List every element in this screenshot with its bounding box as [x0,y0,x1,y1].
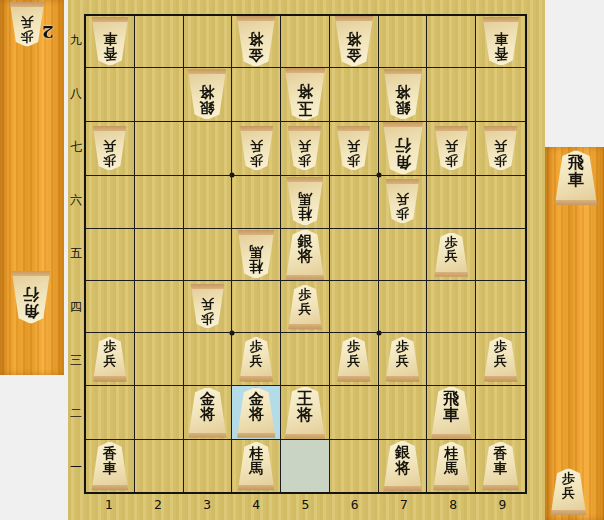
board-square-8三[interactable] [427,333,476,385]
piece-kanji: 歩 [250,154,263,168]
board-square-3三[interactable] [184,333,233,385]
piece-歩兵-gote[interactable]: 歩兵 [287,284,322,329]
piece-角行-sente[interactable]: 角行 [11,271,51,324]
piece-kanji: 香 [494,446,508,461]
piece-kanji: 角 [23,302,39,319]
hand-piece-count: 2 [42,22,54,42]
piece-kanji: 兵 [250,354,263,368]
board-square-6二[interactable] [330,386,379,440]
board-square-9五[interactable] [476,229,525,281]
piece-kanji: 桂 [298,207,312,222]
board-square-7九[interactable] [379,16,428,68]
piece-kanji: 将 [395,461,410,477]
piece-歩兵-gote[interactable]: 歩兵 [92,336,127,381]
board-square-3四[interactable]: 歩兵 [184,281,233,333]
board-square-6九[interactable]: 金将 [330,16,379,68]
piece-香車-sente[interactable]: 香車 [91,17,129,66]
board-square-2四[interactable] [135,281,184,333]
piece-kanji: 兵 [250,140,263,154]
piece-香車-gote[interactable]: 香車 [482,441,520,490]
piece-kanji: 歩 [445,154,458,168]
piece-飛車-gote[interactable]: 飛車 [554,150,598,205]
piece-kanji: 香 [494,47,508,62]
file-label: 8 [429,495,478,517]
board-square-3一[interactable] [184,440,233,492]
piece-香車-sente[interactable]: 香車 [482,17,520,66]
piece-kanji: 車 [103,32,117,47]
board-square-1三[interactable]: 歩兵 [86,333,135,385]
piece-銀将-sente[interactable]: 銀将 [383,69,423,120]
board-square-4九[interactable]: 金将 [232,16,281,68]
file-label: 6 [330,495,379,517]
piece-kanji: 歩 [494,154,507,168]
file-labels: 123456789 [84,495,527,517]
board-square-9四[interactable] [476,281,525,333]
file-label: 1 [84,495,133,517]
piece-歩兵-sente[interactable]: 歩兵 [483,126,518,171]
board-square-7七[interactable]: 角行 [379,122,428,176]
piece-kanji: 歩 [396,207,409,221]
piece-歩兵-gote[interactable]: 歩兵 [336,336,371,381]
piece-kanji: 角 [395,154,411,171]
piece-kanji: 歩 [201,312,214,326]
piece-銀将-gote[interactable]: 銀将 [285,229,325,280]
board-square-9二[interactable] [476,386,525,440]
piece-kanji: 銀 [200,100,215,116]
board-square-1二[interactable] [86,386,135,440]
board-square-4一[interactable]: 桂馬 [232,440,281,492]
piece-kanji: 車 [494,32,508,47]
board-square-6三[interactable]: 歩兵 [330,333,379,385]
board-square-1四[interactable] [86,281,135,333]
piece-歩兵-sente[interactable]: 歩兵 [190,284,225,329]
file-label: 2 [133,495,182,517]
board-square-7五[interactable] [379,229,428,281]
file-label: 9 [478,495,527,517]
rank-label: 九 [68,14,84,67]
piece-kanji: 歩 [103,340,116,354]
piece-kanji: 歩 [445,236,458,250]
piece-kanji: 兵 [347,354,360,368]
piece-kanji: 銀 [395,100,410,116]
piece-kanji: 行 [23,286,39,303]
board-square-5八[interactable]: 玉将 [281,68,330,122]
board-square-1八[interactable] [86,68,135,122]
board-square-9九[interactable]: 香車 [476,16,525,68]
piece-kanji: 金 [346,47,361,63]
piece-kanji: 将 [297,83,313,100]
piece-kanji: 歩 [494,340,507,354]
board-square-8七[interactable]: 歩兵 [427,122,476,176]
board-square-4三[interactable]: 歩兵 [232,333,281,385]
piece-kanji: 香 [103,47,117,62]
board-square-2八[interactable] [135,68,184,122]
file-label: 4 [232,495,281,517]
board-square-6五[interactable] [330,229,379,281]
board-square-7三[interactable]: 歩兵 [379,333,428,385]
piece-歩兵-gote[interactable]: 歩兵 [434,232,469,277]
piece-kanji: 歩 [298,154,311,168]
board-square-5三[interactable] [281,333,330,385]
piece-kanji: 玉 [297,100,313,117]
piece-金将-gote[interactable]: 金将 [187,387,227,438]
board-square-3八[interactable]: 銀将 [184,68,233,122]
piece-銀将-sente[interactable]: 銀将 [187,69,227,120]
piece-kanji: 将 [200,407,215,423]
board-square-4二[interactable]: 金将 [232,386,281,440]
piece-kanji: 将 [297,249,312,265]
piece-kanji: 馬 [298,192,312,207]
piece-kanji: 歩 [103,154,116,168]
piece-kanji: 兵 [445,140,458,154]
piece-歩兵-gote[interactable]: 歩兵 [239,336,274,381]
shogi-board-panel: 九八七六五四三二一 香車金将金将香車銀将玉将銀将歩兵歩兵歩兵歩兵角行歩兵歩兵桂馬… [68,0,545,520]
board-square-2一[interactable] [135,440,184,492]
piece-kanji: 将 [249,31,264,47]
board-square-1九[interactable]: 香車 [86,16,135,68]
piece-桂馬-gote[interactable]: 桂馬 [432,441,470,490]
board-square-1六[interactable] [86,176,135,228]
piece-kanji: 兵 [201,298,214,312]
board-square-7六[interactable]: 歩兵 [379,176,428,228]
piece-kanji: 行 [395,137,411,154]
piece-kanji: 兵 [396,354,409,368]
piece-kanji: 桂 [444,446,458,461]
board-square-8六[interactable] [427,176,476,228]
file-label: 7 [379,495,428,517]
board-square-2九[interactable] [135,16,184,68]
board-square-3七[interactable] [184,122,233,176]
board-square-4八[interactable] [232,68,281,122]
board-square-9三[interactable]: 歩兵 [476,333,525,385]
board-square-1一[interactable]: 香車 [86,440,135,492]
piece-kanji: 桂 [249,446,263,461]
board-square-1五[interactable] [86,229,135,281]
board-square-7四[interactable] [379,281,428,333]
board-square-3九[interactable] [184,16,233,68]
board-square-7二[interactable] [379,386,428,440]
board-square-7八[interactable]: 銀将 [379,68,428,122]
board-square-3二[interactable]: 金将 [184,386,233,440]
board-square-5一[interactable] [281,440,330,492]
board-square-7一[interactable]: 銀将 [379,440,428,492]
piece-kanji: 歩 [347,340,360,354]
piece-kanji: 将 [249,407,264,423]
piece-kanji: 馬 [249,245,263,260]
rank-labels: 九八七六五四三二一 [68,14,84,494]
piece-kanji: 車 [103,461,117,476]
piece-kanji: 歩 [347,154,360,168]
piece-桂馬-sente[interactable]: 桂馬 [237,230,275,279]
piece-飛車-gote[interactable]: 飛車 [430,386,472,439]
piece-kanji: 兵 [103,140,116,154]
file-label: 3 [182,495,231,517]
piece-kanji: 車 [568,172,584,189]
rank-label: 二 [68,387,84,440]
piece-kanji: 金 [249,47,264,63]
board-square-9六[interactable] [476,176,525,228]
piece-金将-sente[interactable]: 金将 [236,16,276,67]
board-square-5七[interactable]: 歩兵 [281,122,330,176]
board-square-5六[interactable]: 桂馬 [281,176,330,228]
gote-hand-tray: 飛車歩兵 [545,147,604,520]
piece-kanji: 馬 [444,461,458,476]
piece-kanji: 兵 [103,354,116,368]
piece-kanji: 車 [443,407,459,424]
board-square-6一[interactable] [330,440,379,492]
piece-歩兵-sente[interactable]: 歩兵 [336,126,371,171]
piece-kanji: 歩 [250,340,263,354]
piece-歩兵-gote[interactable]: 歩兵 [385,336,420,381]
piece-金将-sente[interactable]: 金将 [334,16,374,67]
piece-kanji: 将 [297,407,313,424]
rank-label: 一 [68,441,84,494]
file-label: 5 [281,495,330,517]
piece-歩兵-gote[interactable]: 歩兵 [483,336,518,381]
rank-label: 三 [68,334,84,387]
piece-kanji: 兵 [21,16,34,30]
piece-kanji: 歩 [562,472,575,486]
piece-王将-gote[interactable]: 王将 [284,386,326,439]
piece-kanji: 歩 [396,340,409,354]
rank-label: 五 [68,227,84,280]
piece-kanji: 兵 [445,249,458,263]
board-square-9七[interactable]: 歩兵 [476,122,525,176]
board-square-8一[interactable]: 桂馬 [427,440,476,492]
board-square-6四[interactable] [330,281,379,333]
board-square-4五[interactable]: 桂馬 [232,229,281,281]
board-square-2六[interactable] [135,176,184,228]
board-square-8四[interactable] [427,281,476,333]
board-square-2二[interactable] [135,386,184,440]
piece-kanji: 兵 [562,486,575,500]
board-square-5二[interactable]: 王将 [281,386,330,440]
piece-銀将-gote[interactable]: 銀将 [383,440,423,491]
piece-kanji: 兵 [298,302,311,316]
piece-kanji: 歩 [298,288,311,302]
piece-歩兵-sente[interactable]: 歩兵 [9,2,45,47]
board-square-4七[interactable]: 歩兵 [232,122,281,176]
board-square-5四[interactable]: 歩兵 [281,281,330,333]
piece-kanji: 将 [200,84,215,100]
board-square-6七[interactable]: 歩兵 [330,122,379,176]
piece-歩兵-gote[interactable]: 歩兵 [550,468,587,515]
piece-香車-gote[interactable]: 香車 [91,441,129,490]
piece-角行-sente[interactable]: 角行 [382,122,424,175]
board-square-2五[interactable] [135,229,184,281]
piece-kanji: 将 [346,31,361,47]
rank-label: 六 [68,174,84,227]
board-square-3六[interactable] [184,176,233,228]
piece-金将-gote[interactable]: 金将 [236,387,276,438]
board-square-9八[interactable] [476,68,525,122]
board-square-5五[interactable]: 銀将 [281,229,330,281]
board-square-8五[interactable]: 歩兵 [427,229,476,281]
piece-kanji: 兵 [347,140,360,154]
piece-kanji: 車 [494,461,508,476]
rank-label: 四 [68,281,84,334]
piece-kanji: 兵 [494,140,507,154]
piece-歩兵-sente[interactable]: 歩兵 [434,126,469,171]
piece-kanji: 兵 [494,354,507,368]
board-square-5九[interactable] [281,16,330,68]
board-square-2七[interactable] [135,122,184,176]
board-square-8九[interactable] [427,16,476,68]
board-square-6六[interactable] [330,176,379,228]
piece-歩兵-sente[interactable]: 歩兵 [92,126,127,171]
shogi-board-grid: 香車金将金将香車銀将玉将銀将歩兵歩兵歩兵歩兵角行歩兵歩兵桂馬歩兵桂馬銀将歩兵歩兵… [84,14,527,494]
board-square-9一[interactable]: 香車 [476,440,525,492]
rank-label: 七 [68,121,84,174]
piece-玉将-sente[interactable]: 玉将 [284,68,326,121]
piece-kanji: 歩 [21,29,34,43]
piece-kanji: 馬 [249,461,263,476]
sente-hand-tray: 歩兵2角行 [0,0,64,375]
piece-kanji: 桂 [249,259,263,274]
piece-kanji: 香 [103,446,117,461]
piece-kanji: 兵 [298,140,311,154]
piece-歩兵-sente[interactable]: 歩兵 [239,126,274,171]
piece-歩兵-sente[interactable]: 歩兵 [385,179,420,224]
board-square-8八[interactable] [427,68,476,122]
rank-label: 八 [68,67,84,120]
piece-歩兵-sente[interactable]: 歩兵 [287,126,322,171]
board-square-4六[interactable] [232,176,281,228]
board-square-2三[interactable] [135,333,184,385]
shogi-app: 歩兵2角行 九八七六五四三二一 香車金将金将香車銀将玉将銀将歩兵歩兵歩兵歩兵角行… [0,0,604,520]
board-square-6八[interactable] [330,68,379,122]
board-square-8二[interactable]: 飛車 [427,386,476,440]
board-square-4四[interactable] [232,281,281,333]
piece-kanji: 将 [395,84,410,100]
board-square-1七[interactable]: 歩兵 [86,122,135,176]
piece-桂馬-gote[interactable]: 桂馬 [237,441,275,490]
piece-桂馬-sente[interactable]: 桂馬 [286,177,324,226]
piece-kanji: 兵 [396,193,409,207]
board-square-3五[interactable] [184,229,233,281]
